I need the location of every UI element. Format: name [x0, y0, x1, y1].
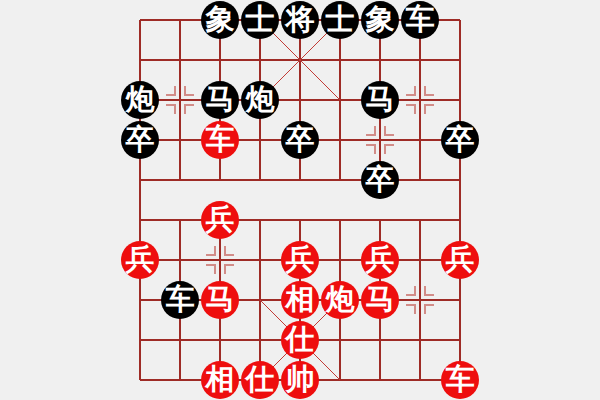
- red-chariot[interactable]: 车: [441, 361, 479, 399]
- black-horse[interactable]: 马: [361, 81, 399, 119]
- black-cannon[interactable]: 炮: [121, 81, 159, 119]
- red-advisor[interactable]: 仕: [241, 361, 279, 399]
- red-horse[interactable]: 马: [361, 281, 399, 319]
- red-soldier[interactable]: 兵: [281, 241, 319, 279]
- black-elephant[interactable]: 象: [201, 1, 239, 39]
- red-chariot[interactable]: 车: [201, 121, 239, 159]
- red-elephant[interactable]: 相: [281, 281, 319, 319]
- black-soldier[interactable]: 卒: [441, 121, 479, 159]
- black-elephant[interactable]: 象: [361, 1, 399, 39]
- black-soldier[interactable]: 卒: [281, 121, 319, 159]
- pieces-layer: 象士将士象车炮马炮马卒车卒卒卒兵兵兵兵兵车马相炮马仕相仕帅车: [120, 0, 480, 400]
- red-soldier[interactable]: 兵: [361, 241, 399, 279]
- black-advisor[interactable]: 士: [321, 1, 359, 39]
- red-horse[interactable]: 马: [201, 281, 239, 319]
- black-advisor[interactable]: 士: [241, 1, 279, 39]
- red-soldier[interactable]: 兵: [441, 241, 479, 279]
- black-cannon[interactable]: 炮: [241, 81, 279, 119]
- red-elephant[interactable]: 相: [201, 361, 239, 399]
- red-soldier[interactable]: 兵: [121, 241, 159, 279]
- xiangqi-app-screen: 象士将士象车炮马炮马卒车卒卒卒兵兵兵兵兵车马相炮马仕相仕帅车: [0, 0, 600, 400]
- red-soldier[interactable]: 兵: [201, 201, 239, 239]
- red-cannon[interactable]: 炮: [321, 281, 359, 319]
- black-soldier[interactable]: 卒: [121, 121, 159, 159]
- black-soldier[interactable]: 卒: [361, 161, 399, 199]
- black-horse[interactable]: 马: [201, 81, 239, 119]
- red-general[interactable]: 帅: [281, 361, 319, 399]
- black-chariot[interactable]: 车: [401, 1, 439, 39]
- red-advisor[interactable]: 仕: [281, 321, 319, 359]
- black-chariot[interactable]: 车: [161, 281, 199, 319]
- black-general[interactable]: 将: [281, 1, 319, 39]
